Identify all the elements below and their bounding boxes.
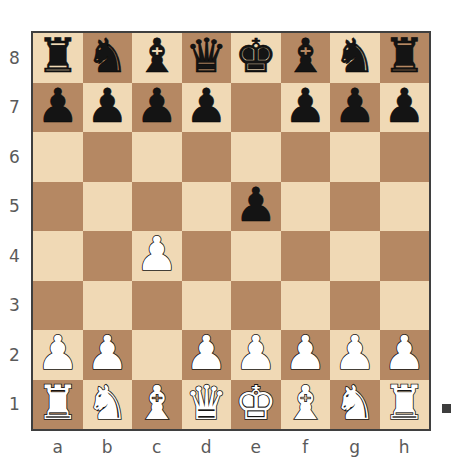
piece-white-bishop-f1[interactable]: ♝ [284, 379, 326, 426]
rank-label-1: 1 [0, 380, 29, 430]
square-a3[interactable] [33, 281, 83, 331]
move-indicator [442, 404, 451, 413]
piece-white-rook-a1[interactable]: ♜ [37, 379, 79, 426]
piece-black-pawn-f7[interactable]: ♟ [284, 82, 326, 129]
square-d6[interactable] [182, 132, 232, 182]
square-e2[interactable]: ♟ [231, 330, 281, 380]
square-e4[interactable] [231, 231, 281, 281]
square-f3[interactable] [281, 281, 331, 331]
square-a4[interactable] [33, 231, 83, 281]
piece-black-knight-b8[interactable]: ♞ [86, 32, 128, 79]
square-b1[interactable]: ♞ [83, 380, 133, 430]
file-label-g: g [330, 433, 380, 461]
square-e3[interactable] [231, 281, 281, 331]
square-a1[interactable]: ♜ [33, 380, 83, 430]
square-c4[interactable]: ♟ [132, 231, 182, 281]
square-d7[interactable]: ♟ [182, 83, 232, 133]
square-c1[interactable]: ♝ [132, 380, 182, 430]
square-e6[interactable] [231, 132, 281, 182]
square-f6[interactable] [281, 132, 331, 182]
square-b7[interactable]: ♟ [83, 83, 133, 133]
piece-black-bishop-c8[interactable]: ♝ [136, 32, 178, 79]
piece-white-knight-b1[interactable]: ♞ [86, 379, 128, 426]
piece-black-pawn-b7[interactable]: ♟ [86, 82, 128, 129]
square-f2[interactable]: ♟ [281, 330, 331, 380]
square-h6[interactable] [380, 132, 430, 182]
piece-white-rook-h1[interactable]: ♜ [383, 379, 425, 426]
file-label-b: b [83, 433, 133, 461]
square-h4[interactable] [380, 231, 430, 281]
square-d1[interactable]: ♛ [182, 380, 232, 430]
square-b6[interactable] [83, 132, 133, 182]
square-a2[interactable]: ♟ [33, 330, 83, 380]
piece-white-pawn-e2[interactable]: ♟ [235, 329, 277, 376]
square-g8[interactable]: ♞ [330, 33, 380, 83]
piece-black-queen-d8[interactable]: ♛ [185, 32, 227, 79]
square-d4[interactable] [182, 231, 232, 281]
piece-black-bishop-f8[interactable]: ♝ [284, 32, 326, 79]
square-c3[interactable] [132, 281, 182, 331]
rank-labels: 87654321 [0, 33, 29, 429]
rank-label-7: 7 [0, 83, 29, 133]
square-a8[interactable]: ♜ [33, 33, 83, 83]
square-d2[interactable]: ♟ [182, 330, 232, 380]
piece-white-king-e1[interactable]: ♚ [235, 379, 277, 426]
square-f7[interactable]: ♟ [281, 83, 331, 133]
square-b4[interactable] [83, 231, 133, 281]
piece-white-knight-g1[interactable]: ♞ [334, 379, 376, 426]
square-f5[interactable] [281, 182, 331, 232]
square-h2[interactable]: ♟ [380, 330, 430, 380]
piece-white-pawn-g2[interactable]: ♟ [334, 329, 376, 376]
rank-label-5: 5 [0, 182, 29, 232]
file-label-c: c [132, 433, 182, 461]
file-label-d: d [182, 433, 232, 461]
square-e5[interactable]: ♟ [231, 182, 281, 232]
square-a7[interactable]: ♟ [33, 83, 83, 133]
rank-label-3: 3 [0, 281, 29, 331]
piece-white-pawn-f2[interactable]: ♟ [284, 329, 326, 376]
piece-black-king-e8[interactable]: ♚ [235, 32, 277, 79]
square-d3[interactable] [182, 281, 232, 331]
file-label-e: e [231, 433, 281, 461]
file-label-a: a [33, 433, 83, 461]
piece-white-pawn-h2[interactable]: ♟ [383, 329, 425, 376]
square-f4[interactable] [281, 231, 331, 281]
square-d8[interactable]: ♛ [182, 33, 232, 83]
square-c7[interactable]: ♟ [132, 83, 182, 133]
square-g4[interactable] [330, 231, 380, 281]
chess-diagram: 87654321 ♜♞♝♛♚♝♞♜♟♟♟♟♟♟♟♟♟♟♟♟♟♟♟♟♜♞♝♛♚♝♞… [0, 0, 464, 464]
square-h1[interactable]: ♜ [380, 380, 430, 430]
square-h5[interactable] [380, 182, 430, 232]
square-h7[interactable]: ♟ [380, 83, 430, 133]
square-e7[interactable] [231, 83, 281, 133]
piece-white-pawn-d2[interactable]: ♟ [185, 329, 227, 376]
piece-black-pawn-d7[interactable]: ♟ [185, 82, 227, 129]
square-b3[interactable] [83, 281, 133, 331]
square-h3[interactable] [380, 281, 430, 331]
square-c6[interactable] [132, 132, 182, 182]
square-e8[interactable]: ♚ [231, 33, 281, 83]
piece-black-pawn-c7[interactable]: ♟ [136, 82, 178, 129]
piece-black-pawn-a7[interactable]: ♟ [37, 82, 79, 129]
square-g3[interactable] [330, 281, 380, 331]
piece-black-rook-h8[interactable]: ♜ [383, 32, 425, 79]
piece-black-pawn-h7[interactable]: ♟ [383, 82, 425, 129]
square-a5[interactable] [33, 182, 83, 232]
piece-white-pawn-a2[interactable]: ♟ [37, 329, 79, 376]
piece-black-rook-a8[interactable]: ♜ [37, 32, 79, 79]
square-g5[interactable] [330, 182, 380, 232]
square-a6[interactable] [33, 132, 83, 182]
chess-board: ♜♞♝♛♚♝♞♜♟♟♟♟♟♟♟♟♟♟♟♟♟♟♟♟♜♞♝♛♚♝♞♜ [31, 31, 431, 431]
piece-white-pawn-b2[interactable]: ♟ [86, 329, 128, 376]
file-labels: abcdefgh [33, 433, 429, 461]
rank-label-6: 6 [0, 132, 29, 182]
square-g2[interactable]: ♟ [330, 330, 380, 380]
square-c5[interactable] [132, 182, 182, 232]
square-g6[interactable] [330, 132, 380, 182]
piece-black-pawn-e5[interactable]: ♟ [235, 181, 277, 228]
square-f1[interactable]: ♝ [281, 380, 331, 430]
rank-label-8: 8 [0, 33, 29, 83]
square-f8[interactable]: ♝ [281, 33, 331, 83]
file-label-h: h [380, 433, 430, 461]
square-b2[interactable]: ♟ [83, 330, 133, 380]
square-g1[interactable]: ♞ [330, 380, 380, 430]
file-label-f: f [281, 433, 331, 461]
square-b8[interactable]: ♞ [83, 33, 133, 83]
piece-white-pawn-c4[interactable]: ♟ [136, 230, 178, 277]
piece-white-queen-d1[interactable]: ♛ [185, 379, 227, 426]
square-c8[interactable]: ♝ [132, 33, 182, 83]
piece-black-pawn-g7[interactable]: ♟ [334, 82, 376, 129]
rank-label-2: 2 [0, 330, 29, 380]
square-c2[interactable] [132, 330, 182, 380]
square-b5[interactable] [83, 182, 133, 232]
square-e1[interactable]: ♚ [231, 380, 281, 430]
square-h8[interactable]: ♜ [380, 33, 430, 83]
square-g7[interactable]: ♟ [330, 83, 380, 133]
square-d5[interactable] [182, 182, 232, 232]
rank-label-4: 4 [0, 231, 29, 281]
piece-black-knight-g8[interactable]: ♞ [334, 32, 376, 79]
piece-white-bishop-c1[interactable]: ♝ [136, 379, 178, 426]
